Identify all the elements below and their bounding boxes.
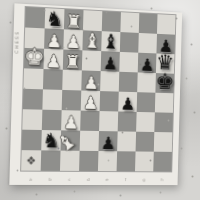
square-g3 bbox=[136, 112, 155, 132]
square-e2 bbox=[98, 131, 117, 151]
file-label-b: b bbox=[40, 177, 59, 182]
square-h5 bbox=[155, 73, 174, 93]
square-c7 bbox=[63, 29, 83, 50]
board-grid bbox=[21, 7, 175, 171]
file-label-h: h bbox=[153, 177, 171, 182]
square-f2 bbox=[117, 131, 136, 151]
square-h2 bbox=[154, 132, 173, 152]
square-c8 bbox=[64, 9, 84, 30]
square-a2 bbox=[22, 130, 42, 151]
square-e8 bbox=[102, 11, 121, 32]
square-a4 bbox=[23, 89, 43, 110]
square-c1 bbox=[60, 151, 80, 171]
square-f3 bbox=[118, 111, 137, 131]
file-label-e: e bbox=[98, 177, 117, 182]
file-labels: abcdefgh bbox=[21, 177, 171, 182]
square-b2 bbox=[41, 130, 61, 151]
square-h8 bbox=[157, 14, 176, 34]
square-h7 bbox=[156, 34, 175, 54]
square-a3 bbox=[22, 109, 42, 130]
square-f5 bbox=[119, 72, 138, 92]
square-d6 bbox=[82, 50, 101, 71]
file-label-c: c bbox=[60, 177, 79, 182]
square-e1 bbox=[98, 151, 117, 171]
square-b7 bbox=[44, 28, 64, 49]
square-e4 bbox=[100, 91, 119, 111]
square-f8 bbox=[120, 12, 139, 33]
square-d1 bbox=[79, 151, 98, 171]
noise-speckles bbox=[0, 0, 1, 1]
square-a6 bbox=[24, 48, 44, 69]
square-g7 bbox=[138, 33, 157, 54]
square-d7 bbox=[82, 30, 101, 51]
square-d5 bbox=[81, 70, 100, 91]
square-g2 bbox=[136, 132, 155, 152]
square-f1 bbox=[117, 151, 136, 171]
square-e7 bbox=[101, 31, 120, 52]
square-g5 bbox=[137, 72, 156, 92]
chess-board: CHESS ❖ abcdefgh ♞♜♟♟♝♝♟♚♟♜♟♟♛♟♚♟♟♟♞♝♟ bbox=[9, 3, 182, 185]
square-b3 bbox=[42, 110, 62, 131]
square-f7 bbox=[120, 32, 139, 53]
square-c5 bbox=[62, 70, 82, 91]
square-b6 bbox=[44, 49, 64, 70]
square-f6 bbox=[119, 52, 138, 73]
square-d2 bbox=[80, 131, 99, 151]
square-b5 bbox=[43, 69, 63, 90]
square-g8 bbox=[139, 13, 158, 34]
square-b1 bbox=[41, 150, 61, 170]
square-a8 bbox=[25, 7, 45, 28]
square-b4 bbox=[42, 89, 62, 110]
square-e5 bbox=[100, 71, 119, 92]
file-label-d: d bbox=[79, 177, 98, 182]
square-a7 bbox=[25, 27, 45, 48]
square-c6 bbox=[63, 50, 83, 71]
square-c4 bbox=[62, 90, 82, 111]
chess-board-photo: CHESS ❖ abcdefgh ♞♜♟♟♝♝♟♚♟♜♟♟♛♟♚♟♟♟♞♝♟ bbox=[0, 0, 200, 200]
file-label-f: f bbox=[116, 177, 135, 182]
square-g1 bbox=[135, 151, 154, 171]
square-h4 bbox=[155, 93, 174, 113]
square-e6 bbox=[101, 51, 120, 72]
square-d8 bbox=[83, 10, 102, 31]
square-c2 bbox=[61, 130, 81, 150]
square-h1 bbox=[153, 152, 172, 172]
square-h6 bbox=[156, 53, 175, 73]
square-e3 bbox=[99, 111, 118, 131]
file-label-a: a bbox=[21, 177, 41, 182]
square-b8 bbox=[45, 8, 65, 29]
board-emblem: ❖ bbox=[21, 150, 41, 171]
square-d3 bbox=[80, 111, 99, 131]
square-h3 bbox=[154, 112, 173, 132]
square-f4 bbox=[118, 92, 137, 112]
square-g4 bbox=[137, 92, 156, 112]
file-label-g: g bbox=[135, 177, 153, 182]
square-d4 bbox=[81, 90, 100, 111]
square-g6 bbox=[138, 53, 157, 73]
board-brand-text: CHESS bbox=[14, 30, 20, 54]
square-a5 bbox=[23, 68, 43, 89]
square-c3 bbox=[61, 110, 81, 131]
